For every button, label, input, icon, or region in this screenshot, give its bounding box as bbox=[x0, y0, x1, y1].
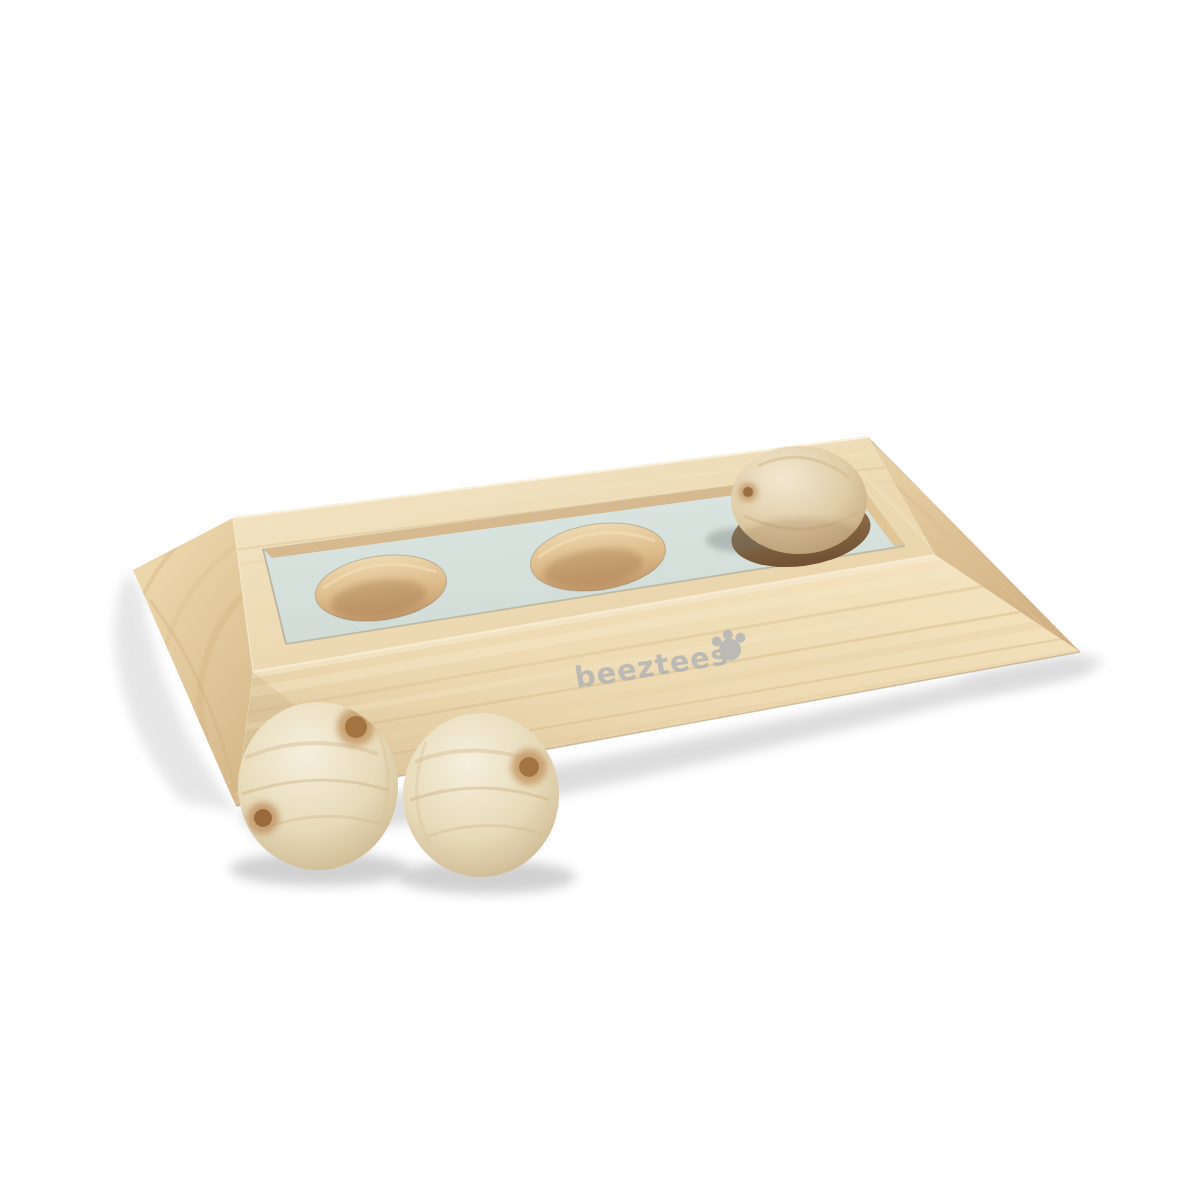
loose-ball-center[interactable] bbox=[403, 713, 559, 877]
scene: beeztees bbox=[0, 0, 1200, 1200]
loose-ball-left[interactable] bbox=[238, 702, 398, 870]
product-photo: beeztees bbox=[0, 0, 1200, 1200]
ball-knot-core bbox=[743, 487, 753, 497]
